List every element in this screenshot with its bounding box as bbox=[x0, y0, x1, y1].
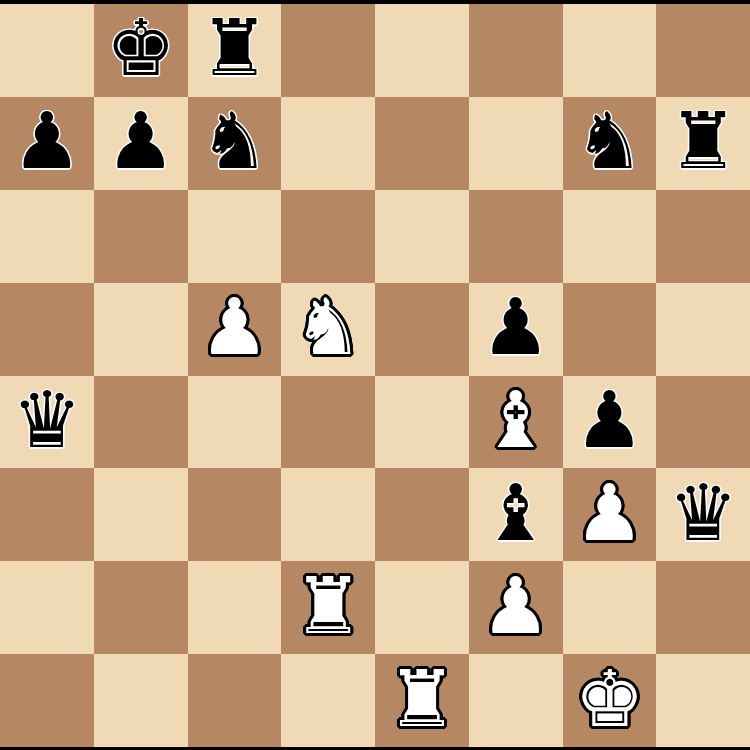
square-c5[interactable]: ♟ bbox=[188, 283, 282, 376]
square-f3[interactable]: ♝ bbox=[469, 468, 563, 561]
black-queen-icon[interactable]: ♛ bbox=[12, 381, 82, 459]
square-f6[interactable] bbox=[469, 190, 563, 283]
square-h8[interactable] bbox=[656, 4, 750, 97]
black-king-icon[interactable]: ♚ bbox=[106, 9, 176, 87]
white-pawn-icon[interactable]: ♟ bbox=[199, 288, 269, 366]
square-c8[interactable]: ♜ bbox=[188, 4, 282, 97]
black-knight-icon[interactable]: ♞ bbox=[574, 102, 644, 180]
square-f5[interactable]: ♟ bbox=[469, 283, 563, 376]
square-d2[interactable]: ♜ bbox=[281, 561, 375, 654]
black-pawn-icon[interactable]: ♟ bbox=[481, 288, 551, 366]
square-e1[interactable]: ♜ bbox=[375, 654, 469, 747]
square-a3[interactable] bbox=[0, 468, 94, 561]
white-knight-icon[interactable]: ♞ bbox=[293, 288, 363, 366]
square-d1[interactable] bbox=[281, 654, 375, 747]
square-h6[interactable] bbox=[656, 190, 750, 283]
square-b4[interactable] bbox=[94, 376, 188, 469]
square-h2[interactable] bbox=[656, 561, 750, 654]
square-h5[interactable] bbox=[656, 283, 750, 376]
square-g7[interactable]: ♞ bbox=[563, 97, 657, 190]
square-e4[interactable] bbox=[375, 376, 469, 469]
white-bishop-icon[interactable]: ♝ bbox=[481, 381, 551, 459]
black-knight-icon[interactable]: ♞ bbox=[199, 102, 269, 180]
square-b1[interactable] bbox=[94, 654, 188, 747]
square-a1[interactable] bbox=[0, 654, 94, 747]
square-g5[interactable] bbox=[563, 283, 657, 376]
square-a8[interactable] bbox=[0, 4, 94, 97]
square-g6[interactable] bbox=[563, 190, 657, 283]
square-h3[interactable]: ♛ bbox=[656, 468, 750, 561]
square-g3[interactable]: ♟ bbox=[563, 468, 657, 561]
square-e3[interactable] bbox=[375, 468, 469, 561]
square-b3[interactable] bbox=[94, 468, 188, 561]
square-d6[interactable] bbox=[281, 190, 375, 283]
white-pawn-icon[interactable]: ♟ bbox=[574, 474, 644, 552]
square-d3[interactable] bbox=[281, 468, 375, 561]
black-pawn-icon[interactable]: ♟ bbox=[12, 102, 82, 180]
square-h7[interactable]: ♜ bbox=[656, 97, 750, 190]
square-f8[interactable] bbox=[469, 4, 563, 97]
square-g4[interactable]: ♟ bbox=[563, 376, 657, 469]
square-h4[interactable] bbox=[656, 376, 750, 469]
square-b2[interactable] bbox=[94, 561, 188, 654]
square-f1[interactable] bbox=[469, 654, 563, 747]
white-rook-icon[interactable]: ♜ bbox=[387, 660, 457, 738]
square-a7[interactable]: ♟ bbox=[0, 97, 94, 190]
square-f2[interactable]: ♟ bbox=[469, 561, 563, 654]
chess-board: ♚♜♟♟♞♞♜♟♞♟♛♝♟♝♟♛♜♟♜♚ bbox=[0, 4, 750, 747]
square-h1[interactable] bbox=[656, 654, 750, 747]
square-d8[interactable] bbox=[281, 4, 375, 97]
square-e8[interactable] bbox=[375, 4, 469, 97]
square-c2[interactable] bbox=[188, 561, 282, 654]
black-queen-icon[interactable]: ♛ bbox=[668, 474, 738, 552]
square-a4[interactable]: ♛ bbox=[0, 376, 94, 469]
square-e5[interactable] bbox=[375, 283, 469, 376]
square-a6[interactable] bbox=[0, 190, 94, 283]
square-e2[interactable] bbox=[375, 561, 469, 654]
square-f4[interactable]: ♝ bbox=[469, 376, 563, 469]
square-e7[interactable] bbox=[375, 97, 469, 190]
square-g8[interactable] bbox=[563, 4, 657, 97]
square-c6[interactable] bbox=[188, 190, 282, 283]
square-c7[interactable]: ♞ bbox=[188, 97, 282, 190]
black-rook-icon[interactable]: ♜ bbox=[668, 102, 738, 180]
square-c4[interactable] bbox=[188, 376, 282, 469]
chess-board-screenshot: ♚♜♟♟♞♞♜♟♞♟♛♝♟♝♟♛♜♟♜♚ bbox=[0, 0, 750, 750]
square-d4[interactable] bbox=[281, 376, 375, 469]
white-rook-icon[interactable]: ♜ bbox=[293, 567, 363, 645]
white-pawn-icon[interactable]: ♟ bbox=[481, 567, 551, 645]
square-b6[interactable] bbox=[94, 190, 188, 283]
black-pawn-icon[interactable]: ♟ bbox=[574, 381, 644, 459]
square-e6[interactable] bbox=[375, 190, 469, 283]
square-f7[interactable] bbox=[469, 97, 563, 190]
square-c3[interactable] bbox=[188, 468, 282, 561]
white-king-icon[interactable]: ♚ bbox=[574, 660, 644, 738]
black-rook-icon[interactable]: ♜ bbox=[199, 9, 269, 87]
square-d5[interactable]: ♞ bbox=[281, 283, 375, 376]
black-bishop-icon[interactable]: ♝ bbox=[481, 474, 551, 552]
black-pawn-icon[interactable]: ♟ bbox=[106, 102, 176, 180]
square-b7[interactable]: ♟ bbox=[94, 97, 188, 190]
square-a5[interactable] bbox=[0, 283, 94, 376]
square-c1[interactable] bbox=[188, 654, 282, 747]
square-g2[interactable] bbox=[563, 561, 657, 654]
square-a2[interactable] bbox=[0, 561, 94, 654]
square-b5[interactable] bbox=[94, 283, 188, 376]
square-d7[interactable] bbox=[281, 97, 375, 190]
square-g1[interactable]: ♚ bbox=[563, 654, 657, 747]
square-b8[interactable]: ♚ bbox=[94, 4, 188, 97]
